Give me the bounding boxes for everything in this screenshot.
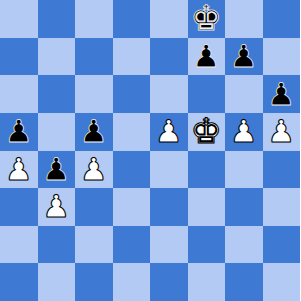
square-f6[interactable] xyxy=(188,75,226,113)
square-a8[interactable] xyxy=(0,0,38,38)
square-g4[interactable] xyxy=(225,151,263,189)
square-g1[interactable] xyxy=(225,263,263,301)
square-c7[interactable] xyxy=(75,38,113,76)
square-a4[interactable]: ♟ xyxy=(0,151,38,189)
white-pawn-e5[interactable]: ♟ xyxy=(155,116,183,147)
square-h2[interactable] xyxy=(263,226,301,264)
square-b8[interactable] xyxy=(38,0,76,38)
black-pawn-h6[interactable]: ♟ xyxy=(267,79,295,110)
square-f7[interactable]: ♟ xyxy=(188,38,226,76)
square-h1[interactable] xyxy=(263,263,301,301)
square-d2[interactable] xyxy=(113,226,151,264)
square-f2[interactable] xyxy=(188,226,226,264)
square-f4[interactable] xyxy=(188,151,226,189)
square-c3[interactable] xyxy=(75,188,113,226)
square-h5[interactable]: ♟ xyxy=(263,113,301,151)
black-pawn-a5[interactable]: ♟ xyxy=(5,116,33,147)
square-b5[interactable] xyxy=(38,113,76,151)
black-king-f8[interactable]: ♚ xyxy=(191,1,222,36)
square-d1[interactable] xyxy=(113,263,151,301)
square-b6[interactable] xyxy=(38,75,76,113)
square-a5[interactable]: ♟ xyxy=(0,113,38,151)
square-a2[interactable] xyxy=(0,226,38,264)
square-g3[interactable] xyxy=(225,188,263,226)
square-f1[interactable] xyxy=(188,263,226,301)
square-d6[interactable] xyxy=(113,75,151,113)
square-f8[interactable]: ♚ xyxy=(188,0,226,38)
square-c4[interactable]: ♟ xyxy=(75,151,113,189)
white-pawn-b3[interactable]: ♟ xyxy=(42,191,70,222)
square-d8[interactable] xyxy=(113,0,151,38)
square-d3[interactable] xyxy=(113,188,151,226)
square-c5[interactable]: ♟ xyxy=(75,113,113,151)
square-c8[interactable] xyxy=(75,0,113,38)
square-e4[interactable] xyxy=(150,151,188,189)
square-e6[interactable] xyxy=(150,75,188,113)
square-b2[interactable] xyxy=(38,226,76,264)
square-c1[interactable] xyxy=(75,263,113,301)
square-b4[interactable]: ♟ xyxy=(38,151,76,189)
square-g8[interactable] xyxy=(225,0,263,38)
square-h3[interactable] xyxy=(263,188,301,226)
black-pawn-f7[interactable]: ♟ xyxy=(192,41,220,72)
white-pawn-c4[interactable]: ♟ xyxy=(80,154,108,185)
square-d4[interactable] xyxy=(113,151,151,189)
square-h6[interactable]: ♟ xyxy=(263,75,301,113)
square-h4[interactable] xyxy=(263,151,301,189)
square-e5[interactable]: ♟ xyxy=(150,113,188,151)
square-b7[interactable] xyxy=(38,38,76,76)
square-g5[interactable]: ♟ xyxy=(225,113,263,151)
white-king-f5[interactable]: ♚ xyxy=(191,114,222,149)
square-f5[interactable]: ♚ xyxy=(188,113,226,151)
square-e1[interactable] xyxy=(150,263,188,301)
square-c6[interactable] xyxy=(75,75,113,113)
square-a1[interactable] xyxy=(0,263,38,301)
white-pawn-g5[interactable]: ♟ xyxy=(230,116,258,147)
black-pawn-b4[interactable]: ♟ xyxy=(42,154,70,185)
square-h8[interactable] xyxy=(263,0,301,38)
square-e3[interactable] xyxy=(150,188,188,226)
square-c2[interactable] xyxy=(75,226,113,264)
black-pawn-c5[interactable]: ♟ xyxy=(80,116,108,147)
square-e7[interactable] xyxy=(150,38,188,76)
square-b1[interactable] xyxy=(38,263,76,301)
square-g7[interactable]: ♟ xyxy=(225,38,263,76)
square-h7[interactable] xyxy=(263,38,301,76)
square-f3[interactable] xyxy=(188,188,226,226)
square-d7[interactable] xyxy=(113,38,151,76)
square-a6[interactable] xyxy=(0,75,38,113)
white-pawn-h5[interactable]: ♟ xyxy=(267,116,295,147)
square-b3[interactable]: ♟ xyxy=(38,188,76,226)
square-e2[interactable] xyxy=(150,226,188,264)
square-d5[interactable] xyxy=(113,113,151,151)
square-a7[interactable] xyxy=(0,38,38,76)
square-g2[interactable] xyxy=(225,226,263,264)
square-a3[interactable] xyxy=(0,188,38,226)
square-e8[interactable] xyxy=(150,0,188,38)
chess-board: ♚♟♟♟♟♟♟♚♟♟♟♟♟♟ xyxy=(0,0,300,301)
square-g6[interactable] xyxy=(225,75,263,113)
white-pawn-a4[interactable]: ♟ xyxy=(5,154,33,185)
black-pawn-g7[interactable]: ♟ xyxy=(230,41,258,72)
